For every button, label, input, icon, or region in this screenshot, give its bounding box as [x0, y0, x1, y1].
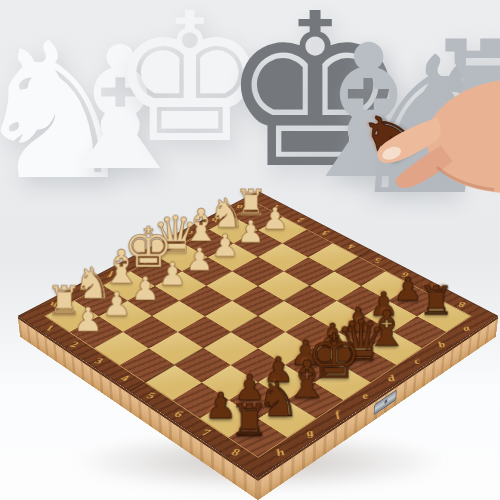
board-squares: ♜♟♟♜♞♟♟♝♟♟♝♛♟♟♛♚♟♟♚♝♟♟♝♞♟♟♞♜♟♟♜	[46, 204, 470, 457]
coordinate-label: d	[154, 237, 174, 256]
black-rook-glyph: ♜	[203, 398, 297, 443]
coordinate-label: a	[230, 198, 248, 216]
coordinate-label: c	[180, 224, 200, 243]
square-f4[interactable]	[177, 316, 231, 348]
clasp-latch-icon	[374, 389, 397, 415]
coordinate-label: b	[206, 211, 225, 229]
coordinate-label: e	[127, 250, 148, 270]
product-photo-scene: ♞ ♝ ♚ ♚ ♝ ♞ ♜ 12345678 12345678 abcdefgh…	[0, 0, 500, 500]
hand	[372, 76, 500, 200]
white-pawn-glyph: ♟	[45, 303, 131, 337]
